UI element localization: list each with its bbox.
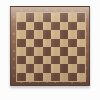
square-d6[interactable] <box>43 30 52 39</box>
square-e2[interactable] <box>51 64 60 73</box>
square-b6[interactable] <box>26 30 35 39</box>
rank-label-3: 3 <box>85 58 87 61</box>
square-d3[interactable] <box>43 56 52 65</box>
square-b8[interactable] <box>26 13 35 22</box>
square-h3[interactable] <box>77 56 86 65</box>
square-e6[interactable] <box>51 30 60 39</box>
rank-label-1: 1 <box>13 75 15 78</box>
square-a2[interactable] <box>17 64 26 73</box>
square-a4[interactable] <box>17 47 26 56</box>
square-f4[interactable] <box>60 47 69 56</box>
file-label-a: a <box>20 9 22 12</box>
square-f1[interactable] <box>60 73 69 82</box>
square-e1[interactable] <box>51 73 60 82</box>
square-g4[interactable] <box>68 47 77 56</box>
rank-label-1: 1 <box>85 75 87 78</box>
square-b4[interactable] <box>26 47 35 56</box>
square-f2[interactable] <box>60 64 69 73</box>
file-label-c: c <box>38 9 40 12</box>
square-h6[interactable] <box>77 30 86 39</box>
file-labels-top: abcdefgh <box>17 8 85 12</box>
square-g5[interactable] <box>68 39 77 48</box>
square-d4[interactable] <box>43 47 52 56</box>
chess-board: abcdefgh abcdefgh 87654321 87654321 <box>10 6 90 86</box>
rank-label-4: 4 <box>13 50 15 53</box>
square-d2[interactable] <box>43 64 52 73</box>
square-c3[interactable] <box>34 56 43 65</box>
square-h5[interactable] <box>77 39 86 48</box>
square-d1[interactable] <box>43 73 52 82</box>
square-f7[interactable] <box>60 22 69 31</box>
rank-label-7: 7 <box>13 24 15 27</box>
square-e8[interactable] <box>51 13 60 22</box>
square-h8[interactable] <box>77 13 86 22</box>
square-g2[interactable] <box>68 64 77 73</box>
file-label-b: b <box>29 9 31 12</box>
square-f3[interactable] <box>60 56 69 65</box>
square-c6[interactable] <box>34 30 43 39</box>
rank-label-5: 5 <box>13 41 15 44</box>
square-f5[interactable] <box>60 39 69 48</box>
square-a6[interactable] <box>17 30 26 39</box>
rank-label-6: 6 <box>85 33 87 36</box>
square-e3[interactable] <box>51 56 60 65</box>
square-h7[interactable] <box>77 22 86 31</box>
board-squares-grid <box>17 13 85 81</box>
square-a8[interactable] <box>17 13 26 22</box>
square-c8[interactable] <box>34 13 43 22</box>
rank-label-6: 6 <box>13 33 15 36</box>
square-h1[interactable] <box>77 73 86 82</box>
file-label-h: h <box>80 9 82 12</box>
square-b3[interactable] <box>26 56 35 65</box>
square-g8[interactable] <box>68 13 77 22</box>
rank-labels-left: 87654321 <box>12 13 16 81</box>
square-b7[interactable] <box>26 22 35 31</box>
file-label-f: f <box>63 9 64 12</box>
square-e4[interactable] <box>51 47 60 56</box>
rank-label-8: 8 <box>13 16 15 19</box>
square-h4[interactable] <box>77 47 86 56</box>
square-d8[interactable] <box>43 13 52 22</box>
square-d5[interactable] <box>43 39 52 48</box>
square-a7[interactable] <box>17 22 26 31</box>
rank-label-7: 7 <box>85 24 87 27</box>
square-g7[interactable] <box>68 22 77 31</box>
square-f6[interactable] <box>60 30 69 39</box>
square-f8[interactable] <box>60 13 69 22</box>
square-a3[interactable] <box>17 56 26 65</box>
square-c1[interactable] <box>34 73 43 82</box>
square-c2[interactable] <box>34 64 43 73</box>
square-b1[interactable] <box>26 73 35 82</box>
file-label-g: g <box>71 9 73 12</box>
square-c7[interactable] <box>34 22 43 31</box>
square-a5[interactable] <box>17 39 26 48</box>
file-label-d: d <box>46 9 48 12</box>
file-label-e: e <box>55 9 57 12</box>
rank-label-3: 3 <box>13 58 15 61</box>
square-g3[interactable] <box>68 56 77 65</box>
rank-label-8: 8 <box>85 16 87 19</box>
square-b5[interactable] <box>26 39 35 48</box>
square-e5[interactable] <box>51 39 60 48</box>
square-a1[interactable] <box>17 73 26 82</box>
square-c5[interactable] <box>34 39 43 48</box>
square-e7[interactable] <box>51 22 60 31</box>
square-d7[interactable] <box>43 22 52 31</box>
square-g6[interactable] <box>68 30 77 39</box>
rank-label-2: 2 <box>85 67 87 70</box>
square-g1[interactable] <box>68 73 77 82</box>
square-b2[interactable] <box>26 64 35 73</box>
rank-label-4: 4 <box>85 50 87 53</box>
chessboard-photo: abcdefgh abcdefgh 87654321 87654321 <box>0 0 100 100</box>
rank-label-2: 2 <box>13 67 15 70</box>
rank-label-5: 5 <box>85 41 87 44</box>
square-c4[interactable] <box>34 47 43 56</box>
square-h2[interactable] <box>77 64 86 73</box>
